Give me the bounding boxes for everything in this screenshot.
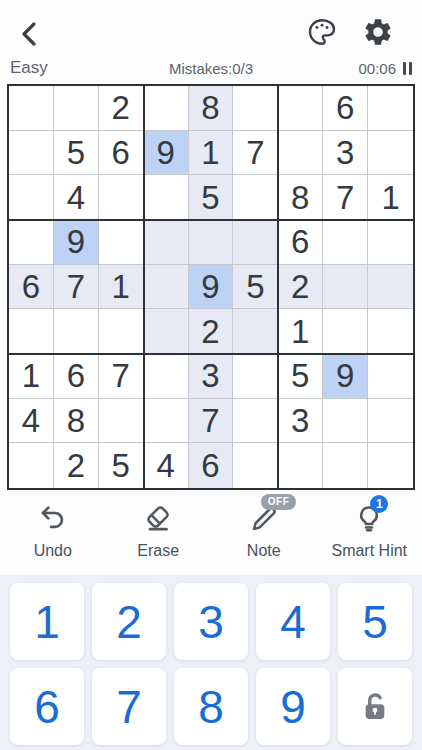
cell-r4c5[interactable] <box>189 220 234 265</box>
cell-r1c5[interactable]: 8 <box>189 86 234 131</box>
cell-r7c3[interactable]: 7 <box>99 354 144 399</box>
cell-r9c4[interactable]: 4 <box>144 443 189 488</box>
cell-r3c4[interactable] <box>144 175 189 220</box>
cell-r2c9[interactable] <box>368 131 413 176</box>
cell-r4c7[interactable]: 6 <box>278 220 323 265</box>
cell-r7c8[interactable]: 9 <box>323 354 368 399</box>
cell-r8c6[interactable] <box>233 399 278 444</box>
cell-r7c5[interactable]: 3 <box>189 354 234 399</box>
hint-count-badge: 1 <box>370 495 388 513</box>
lock-button[interactable] <box>338 668 412 745</box>
gear-icon <box>362 16 394 48</box>
cell-r7c6[interactable] <box>233 354 278 399</box>
numpad-5[interactable]: 5 <box>338 583 412 660</box>
top-bar <box>0 14 422 54</box>
undo-button[interactable]: Undo <box>0 497 106 571</box>
numpad-1[interactable]: 1 <box>10 583 84 660</box>
back-button[interactable] <box>14 18 46 50</box>
smart-hint-label: Smart Hint <box>331 542 407 560</box>
cell-r7c9[interactable] <box>368 354 413 399</box>
cell-r5c9[interactable] <box>368 265 413 310</box>
status-row: Easy Mistakes:0/3 00:06 <box>0 57 422 79</box>
cell-r4c4[interactable] <box>144 220 189 265</box>
note-label: Note <box>247 542 281 560</box>
cell-r2c4[interactable]: 9 <box>144 131 189 176</box>
cell-r4c6[interactable] <box>233 220 278 265</box>
cell-r3c5[interactable]: 5 <box>189 175 234 220</box>
cell-r3c6[interactable] <box>233 175 278 220</box>
cell-r6c1[interactable] <box>9 309 54 354</box>
numpad-7[interactable]: 7 <box>92 668 166 745</box>
pause-icon <box>409 62 412 75</box>
numpad-6[interactable]: 6 <box>10 668 84 745</box>
open-padlock-icon <box>358 690 392 724</box>
cell-r3c7[interactable]: 8 <box>278 175 323 220</box>
cell-r6c5[interactable]: 2 <box>189 309 234 354</box>
cell-r6c2[interactable] <box>54 309 99 354</box>
cell-r6c3[interactable] <box>99 309 144 354</box>
cell-r1c7[interactable] <box>278 86 323 131</box>
cell-r9c7[interactable] <box>278 443 323 488</box>
numpad-4[interactable]: 4 <box>256 583 330 660</box>
theme-palette-button[interactable] <box>306 16 338 48</box>
erase-button[interactable]: Erase <box>106 497 212 571</box>
cell-r6c4[interactable] <box>144 309 189 354</box>
cell-r1c6[interactable] <box>233 86 278 131</box>
cell-r9c8[interactable] <box>323 443 368 488</box>
cell-r9c6[interactable] <box>233 443 278 488</box>
cell-r2c1[interactable] <box>9 131 54 176</box>
cell-r4c1[interactable] <box>9 220 54 265</box>
cell-r7c2[interactable]: 6 <box>54 354 99 399</box>
cell-r1c1[interactable] <box>9 86 54 131</box>
cell-r1c3[interactable]: 2 <box>99 86 144 131</box>
pencil-icon: OFF <box>248 503 280 535</box>
cell-r9c3[interactable]: 5 <box>99 443 144 488</box>
cell-r1c9[interactable] <box>368 86 413 131</box>
settings-button[interactable] <box>362 16 394 48</box>
cell-r6c7[interactable]: 1 <box>278 309 323 354</box>
cell-r4c9[interactable] <box>368 220 413 265</box>
cell-r5c6[interactable]: 5 <box>233 265 278 310</box>
cell-r9c9[interactable] <box>368 443 413 488</box>
sudoku-app: Easy Mistakes:0/3 00:06 2865691734587196… <box>0 0 422 750</box>
cell-r8c7[interactable]: 3 <box>278 399 323 444</box>
cell-r2c2[interactable]: 5 <box>54 131 99 176</box>
sudoku-board: 28656917345871966719522116735948732546 <box>7 84 415 490</box>
cell-r3c9[interactable]: 1 <box>368 175 413 220</box>
note-button[interactable]: OFF Note <box>211 497 317 571</box>
cell-r8c9[interactable] <box>368 399 413 444</box>
toolbar: Undo Erase OFF Note <box>0 497 422 571</box>
undo-icon <box>37 503 69 535</box>
cell-r5c7[interactable]: 2 <box>278 265 323 310</box>
cell-r2c8[interactable]: 3 <box>323 131 368 176</box>
cell-r8c1[interactable]: 4 <box>9 399 54 444</box>
cell-r2c6[interactable]: 7 <box>233 131 278 176</box>
note-off-badge: OFF <box>261 494 297 510</box>
chevron-left-icon <box>14 18 46 50</box>
cell-r1c4[interactable] <box>144 86 189 131</box>
cell-r6c6[interactable] <box>233 309 278 354</box>
cell-r5c5[interactable]: 9 <box>189 265 234 310</box>
timer: 00:06 <box>358 60 396 77</box>
cell-r1c2[interactable] <box>54 86 99 131</box>
cell-r5c2[interactable]: 7 <box>54 265 99 310</box>
palette-icon <box>306 16 338 48</box>
cell-r7c1[interactable]: 1 <box>9 354 54 399</box>
numpad-8[interactable]: 8 <box>174 668 248 745</box>
cell-r8c5[interactable]: 7 <box>189 399 234 444</box>
cell-r2c3[interactable]: 6 <box>99 131 144 176</box>
numpad-2[interactable]: 2 <box>92 583 166 660</box>
cell-r9c1[interactable] <box>9 443 54 488</box>
pause-icon <box>403 62 406 75</box>
pause-button[interactable] <box>403 61 412 76</box>
numpad-9[interactable]: 9 <box>256 668 330 745</box>
cell-r4c8[interactable] <box>323 220 368 265</box>
lightbulb-icon: 1 <box>353 503 385 535</box>
undo-label: Undo <box>34 542 72 560</box>
cell-r2c5[interactable]: 1 <box>189 131 234 176</box>
cell-r5c1[interactable]: 6 <box>9 265 54 310</box>
cell-r2c7[interactable] <box>278 131 323 176</box>
cell-r7c7[interactable]: 5 <box>278 354 323 399</box>
cell-r8c2[interactable]: 8 <box>54 399 99 444</box>
cell-r9c5[interactable]: 6 <box>189 443 234 488</box>
erase-label: Erase <box>137 542 179 560</box>
smart-hint-button[interactable]: 1 Smart Hint <box>317 497 422 571</box>
cell-r8c3[interactable] <box>99 399 144 444</box>
cell-r8c8[interactable] <box>323 399 368 444</box>
cell-r4c3[interactable] <box>99 220 144 265</box>
cell-r8c4[interactable] <box>144 399 189 444</box>
cell-r4c2[interactable]: 9 <box>54 220 99 265</box>
number-pad: 123456789 <box>0 575 422 750</box>
cell-r1c8[interactable]: 6 <box>323 86 368 131</box>
cell-r3c1[interactable] <box>9 175 54 220</box>
cell-r3c3[interactable] <box>99 175 144 220</box>
cell-r6c9[interactable] <box>368 309 413 354</box>
cell-r5c3[interactable]: 1 <box>99 265 144 310</box>
cell-r9c2[interactable]: 2 <box>54 443 99 488</box>
numpad-3[interactable]: 3 <box>174 583 248 660</box>
cell-r5c4[interactable] <box>144 265 189 310</box>
cell-r3c8[interactable]: 7 <box>323 175 368 220</box>
cell-r3c2[interactable]: 4 <box>54 175 99 220</box>
eraser-icon <box>142 503 174 535</box>
cell-r5c8[interactable] <box>323 265 368 310</box>
cell-r7c4[interactable] <box>144 354 189 399</box>
cell-r6c8[interactable] <box>323 309 368 354</box>
